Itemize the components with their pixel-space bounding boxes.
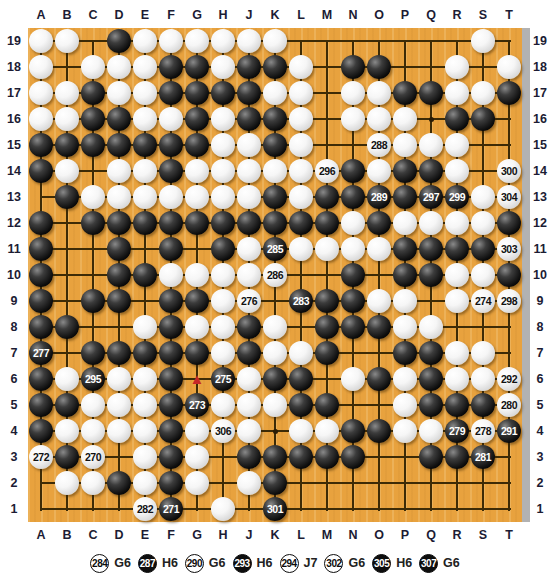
- stone-black[interactable]: 279: [445, 419, 469, 443]
- stone-black[interactable]: [419, 445, 443, 469]
- stone-white[interactable]: [445, 263, 469, 287]
- coord-label-row: 5: [1, 392, 27, 418]
- stone-white[interactable]: [393, 367, 417, 391]
- stone-white[interactable]: 272: [29, 445, 53, 469]
- stone-white[interactable]: [211, 497, 235, 521]
- stone-black[interactable]: [211, 211, 235, 235]
- stone-white[interactable]: 300: [497, 159, 521, 183]
- stone-white[interactable]: [445, 81, 469, 105]
- stone-white[interactable]: [289, 159, 313, 183]
- stone-white[interactable]: [133, 445, 157, 469]
- coord-label-row: 2: [1, 470, 27, 496]
- stone-black[interactable]: [55, 315, 79, 339]
- stone-black[interactable]: [445, 107, 469, 131]
- stone-black[interactable]: [237, 107, 261, 131]
- stone-black[interactable]: [81, 289, 105, 313]
- stone-white[interactable]: [471, 81, 495, 105]
- stone-white[interactable]: [107, 185, 131, 209]
- stone-white[interactable]: [185, 419, 209, 443]
- stone-white[interactable]: [341, 107, 365, 131]
- stone-black[interactable]: [419, 263, 443, 287]
- stone-white[interactable]: [445, 211, 469, 235]
- stone-white[interactable]: [133, 185, 157, 209]
- stone-black[interactable]: [445, 445, 469, 469]
- stone-black[interactable]: 273: [185, 393, 209, 417]
- stone-white[interactable]: [211, 393, 235, 417]
- stone-white[interactable]: [211, 289, 235, 313]
- stone-black[interactable]: [159, 315, 183, 339]
- stone-black[interactable]: [341, 315, 365, 339]
- stone-black[interactable]: [81, 211, 105, 235]
- stone-black[interactable]: 285: [263, 237, 287, 261]
- stone-white[interactable]: [29, 81, 53, 105]
- stone-black[interactable]: [263, 367, 287, 391]
- stone-white[interactable]: [133, 419, 157, 443]
- stone-black[interactable]: [29, 393, 53, 417]
- stone-white[interactable]: [237, 419, 261, 443]
- stone-black[interactable]: [367, 315, 391, 339]
- stone-black[interactable]: [29, 237, 53, 261]
- coord-label-column: R: [444, 5, 470, 25]
- stone-black[interactable]: [107, 29, 131, 53]
- stone-black[interactable]: [341, 263, 365, 287]
- stone-black[interactable]: [29, 159, 53, 183]
- stone-white[interactable]: [367, 289, 391, 313]
- stone-white[interactable]: [55, 29, 79, 53]
- stone-white[interactable]: [133, 159, 157, 183]
- stone-white[interactable]: [211, 315, 235, 339]
- stone-white[interactable]: [185, 29, 209, 53]
- stone-white[interactable]: [133, 107, 157, 131]
- stone-black[interactable]: [315, 211, 339, 235]
- stone-black[interactable]: [159, 237, 183, 261]
- stone-black[interactable]: [263, 107, 287, 131]
- stone-white[interactable]: [185, 159, 209, 183]
- stone-white[interactable]: [29, 29, 53, 53]
- stone-black[interactable]: [185, 55, 209, 79]
- stone-white[interactable]: [471, 341, 495, 365]
- stone-black[interactable]: [289, 445, 313, 469]
- stone-black[interactable]: [263, 211, 287, 235]
- stone-white[interactable]: [211, 133, 235, 157]
- coord-label-row: 8: [527, 314, 550, 340]
- stone-black[interactable]: [159, 81, 183, 105]
- stone-black[interactable]: [237, 445, 261, 469]
- stone-black[interactable]: 281: [471, 445, 495, 469]
- stone-black[interactable]: [367, 419, 391, 443]
- stone-black[interactable]: [263, 133, 287, 157]
- stone-black[interactable]: [315, 289, 339, 313]
- stone-white[interactable]: [29, 55, 53, 79]
- stone-black[interactable]: [341, 419, 365, 443]
- stone-white[interactable]: 304: [497, 185, 521, 209]
- stone-white[interactable]: [159, 107, 183, 131]
- stone-white[interactable]: [107, 419, 131, 443]
- stone-black[interactable]: [237, 81, 261, 105]
- stone-black[interactable]: [315, 445, 339, 469]
- stone-white[interactable]: [55, 159, 79, 183]
- coord-label-row: 12: [1, 210, 27, 236]
- stone-black[interactable]: [81, 107, 105, 131]
- stone-white[interactable]: 270: [81, 445, 105, 469]
- stone-black[interactable]: [393, 341, 417, 365]
- stone-black[interactable]: [289, 211, 313, 235]
- stone-black[interactable]: [237, 315, 261, 339]
- stone-white[interactable]: 288: [367, 133, 391, 157]
- triangle-marker[interactable]: ▲: [184, 366, 210, 392]
- stone-white[interactable]: [107, 81, 131, 105]
- stone-white[interactable]: [159, 263, 183, 287]
- stone-black[interactable]: [315, 315, 339, 339]
- stone-white[interactable]: [393, 393, 417, 417]
- stone-white[interactable]: 306: [211, 419, 235, 443]
- go-diagram: ABCDEFGHJKLMNOPQRST 19181716151413121110…: [0, 0, 550, 582]
- stone-white[interactable]: [81, 393, 105, 417]
- stone-white[interactable]: [81, 419, 105, 443]
- stone-white[interactable]: [471, 211, 495, 235]
- stone-white[interactable]: [263, 315, 287, 339]
- stone-white[interactable]: [367, 107, 391, 131]
- stone-white[interactable]: [159, 185, 183, 209]
- stone-white[interactable]: [81, 55, 105, 79]
- stone-black[interactable]: [341, 445, 365, 469]
- stone-black[interactable]: [133, 211, 157, 235]
- stone-black[interactable]: [419, 341, 443, 365]
- stone-black[interactable]: [29, 211, 53, 235]
- stone-black[interactable]: [497, 263, 521, 287]
- stone-black[interactable]: 289: [367, 185, 391, 209]
- stone-white[interactable]: 296: [315, 159, 339, 183]
- stone-white[interactable]: [237, 367, 261, 391]
- stone-white[interactable]: [367, 81, 391, 105]
- stone-white[interactable]: [185, 315, 209, 339]
- stone-white[interactable]: [289, 107, 313, 131]
- stone-black[interactable]: 301: [263, 497, 287, 521]
- stone-white[interactable]: 298: [497, 289, 521, 313]
- stone-white[interactable]: 292: [497, 367, 521, 391]
- coord-label-row: 18: [1, 54, 27, 80]
- stone-white[interactable]: [445, 289, 469, 313]
- stone-black[interactable]: [341, 185, 365, 209]
- stone-white[interactable]: [237, 237, 261, 261]
- stone-black[interactable]: [237, 55, 261, 79]
- stone-white[interactable]: 278: [471, 419, 495, 443]
- stone-black[interactable]: 297: [419, 185, 443, 209]
- stone-white[interactable]: [367, 237, 391, 261]
- stone-white[interactable]: [237, 471, 261, 495]
- stone-white[interactable]: [211, 159, 235, 183]
- stone-white[interactable]: [133, 393, 157, 417]
- stone-white[interactable]: [471, 367, 495, 391]
- stone-black[interactable]: [497, 81, 521, 105]
- stone-white[interactable]: [445, 159, 469, 183]
- stone-white[interactable]: [445, 367, 469, 391]
- stone-black[interactable]: [29, 419, 53, 443]
- stone-white[interactable]: [81, 471, 105, 495]
- stone-white[interactable]: [393, 419, 417, 443]
- stone-white[interactable]: [289, 81, 313, 105]
- stone-black[interactable]: [107, 107, 131, 131]
- stone-black[interactable]: [159, 419, 183, 443]
- stone-black[interactable]: [107, 471, 131, 495]
- stone-white[interactable]: [341, 211, 365, 235]
- stone-white[interactable]: [263, 159, 287, 183]
- stone-black[interactable]: [107, 289, 131, 313]
- caption-move-coord: G6: [443, 556, 460, 570]
- stone-black[interactable]: [263, 471, 287, 495]
- stone-white[interactable]: [55, 107, 79, 131]
- caption-move: 284G6: [90, 554, 131, 573]
- stone-black[interactable]: [107, 237, 131, 261]
- stone-black[interactable]: [419, 367, 443, 391]
- stone-black[interactable]: [211, 81, 235, 105]
- stone-black[interactable]: [393, 159, 417, 183]
- stone-white[interactable]: [289, 419, 313, 443]
- stone-black[interactable]: [81, 341, 105, 365]
- stone-black[interactable]: 283: [289, 289, 313, 313]
- stone-black[interactable]: 277: [29, 341, 53, 365]
- stone-white[interactable]: [55, 471, 79, 495]
- stone-white[interactable]: [471, 185, 495, 209]
- stone-white[interactable]: [133, 29, 157, 53]
- stone-white[interactable]: [393, 133, 417, 157]
- stone-move-number: 301: [267, 503, 283, 515]
- stone-black[interactable]: [419, 237, 443, 261]
- stone-white[interactable]: [263, 393, 287, 417]
- coord-label-row: 14: [527, 158, 550, 184]
- stone-black[interactable]: [185, 107, 209, 131]
- stone-black[interactable]: [185, 211, 209, 235]
- stone-black[interactable]: [133, 133, 157, 157]
- stone-black[interactable]: [185, 133, 209, 157]
- stone-black[interactable]: [107, 341, 131, 365]
- stone-black[interactable]: [237, 211, 261, 235]
- stone-white[interactable]: [341, 81, 365, 105]
- stone-black[interactable]: [185, 341, 209, 365]
- coord-label-column: A: [28, 5, 54, 25]
- stone-black[interactable]: [159, 289, 183, 313]
- stone-black[interactable]: 299: [445, 185, 469, 209]
- stone-black[interactable]: [237, 341, 261, 365]
- stone-black[interactable]: [159, 211, 183, 235]
- stone-black[interactable]: [367, 211, 391, 235]
- stone-black[interactable]: [159, 133, 183, 157]
- stone-white[interactable]: [419, 419, 443, 443]
- stone-black[interactable]: [471, 237, 495, 261]
- stone-black[interactable]: [393, 237, 417, 261]
- stone-black[interactable]: [263, 185, 287, 209]
- caption-move: 307G6: [419, 554, 460, 573]
- stone-black[interactable]: [445, 237, 469, 261]
- stone-white[interactable]: [341, 367, 365, 391]
- stone-black[interactable]: [393, 185, 417, 209]
- stone-white[interactable]: [55, 419, 79, 443]
- stone-black[interactable]: [29, 263, 53, 287]
- stone-white[interactable]: [237, 393, 261, 417]
- stone-white[interactable]: [211, 263, 235, 287]
- stone-black[interactable]: [315, 393, 339, 417]
- stone-white[interactable]: 286: [263, 263, 287, 287]
- stone-white[interactable]: [263, 341, 287, 365]
- stone-black[interactable]: [289, 393, 313, 417]
- stone-black[interactable]: [341, 289, 365, 313]
- stone-white[interactable]: [445, 55, 469, 79]
- stone-white[interactable]: [211, 185, 235, 209]
- stone-black[interactable]: [471, 107, 495, 131]
- stone-black[interactable]: [185, 289, 209, 313]
- stone-black[interactable]: [81, 81, 105, 105]
- stone-white[interactable]: [133, 315, 157, 339]
- stone-black[interactable]: [289, 367, 313, 391]
- stone-black[interactable]: [263, 445, 287, 469]
- coord-label-row: 10: [1, 262, 27, 288]
- stone-black[interactable]: 295: [81, 367, 105, 391]
- stone-black[interactable]: [133, 341, 157, 365]
- stone-white[interactable]: [159, 29, 183, 53]
- stone-black[interactable]: [159, 341, 183, 365]
- stone-move-number: 276: [241, 295, 257, 307]
- stone-black[interactable]: [211, 237, 235, 261]
- stone-black[interactable]: [419, 81, 443, 105]
- stone-black[interactable]: [263, 55, 287, 79]
- stone-black[interactable]: [55, 185, 79, 209]
- stone-white[interactable]: [185, 445, 209, 469]
- stone-black[interactable]: [419, 159, 443, 183]
- stone-black[interactable]: [81, 133, 105, 157]
- stone-black[interactable]: [159, 159, 183, 183]
- coord-label-column: G: [184, 5, 210, 25]
- stone-black[interactable]: [29, 289, 53, 313]
- stone-white[interactable]: [237, 263, 261, 287]
- coord-label-row: 14: [1, 158, 27, 184]
- stone-white[interactable]: [419, 211, 443, 235]
- stone-white[interactable]: [55, 81, 79, 105]
- stone-black[interactable]: [159, 393, 183, 417]
- stone-white[interactable]: [237, 159, 261, 183]
- stone-white[interactable]: 274: [471, 289, 495, 313]
- stone-black[interactable]: [159, 445, 183, 469]
- stone-black[interactable]: [393, 263, 417, 287]
- stone-white[interactable]: [289, 55, 313, 79]
- stone-white[interactable]: [289, 237, 313, 261]
- stone-white[interactable]: [185, 471, 209, 495]
- stone-move-number: 283: [293, 295, 309, 307]
- stone-white[interactable]: [133, 471, 157, 495]
- stone-black[interactable]: [29, 367, 53, 391]
- stone-white[interactable]: 276: [237, 289, 261, 313]
- goban[interactable]: 2882963002892972993042853032862762832742…: [28, 28, 522, 522]
- stone-white[interactable]: [107, 367, 131, 391]
- stone-black[interactable]: [185, 81, 209, 105]
- stone-white[interactable]: [393, 211, 417, 235]
- stone-white[interactable]: 282: [133, 497, 157, 521]
- coord-label-column: K: [262, 5, 288, 25]
- stone-white[interactable]: [289, 341, 313, 365]
- stone-white[interactable]: [471, 29, 495, 53]
- stone-white[interactable]: [185, 263, 209, 287]
- stone-black[interactable]: [315, 185, 339, 209]
- stone-black[interactable]: [471, 393, 495, 417]
- stone-white[interactable]: [133, 367, 157, 391]
- stone-black[interactable]: [107, 133, 131, 157]
- stone-black[interactable]: 275: [211, 367, 235, 391]
- stone-move-number: 285: [267, 243, 283, 255]
- stone-black[interactable]: [419, 393, 443, 417]
- stone-white[interactable]: [419, 315, 443, 339]
- stone-black[interactable]: [315, 341, 339, 365]
- stone-white[interactable]: [289, 133, 313, 157]
- stone-move-number: 299: [449, 191, 465, 203]
- stone-white[interactable]: [237, 185, 261, 209]
- stone-black[interactable]: 271: [159, 497, 183, 521]
- stone-black[interactable]: [393, 81, 417, 105]
- stone-black[interactable]: [133, 263, 157, 287]
- stone-white[interactable]: [211, 55, 235, 79]
- stone-white[interactable]: [445, 133, 469, 157]
- stone-white[interactable]: [393, 107, 417, 131]
- stone-black[interactable]: [55, 393, 79, 417]
- stone-white[interactable]: [237, 133, 261, 157]
- stone-white[interactable]: [55, 367, 79, 391]
- stone-black[interactable]: 291: [497, 419, 521, 443]
- stone-white[interactable]: [367, 159, 391, 183]
- stone-black[interactable]: [159, 367, 183, 391]
- stone-white[interactable]: [211, 107, 235, 131]
- coord-label-row: 13: [1, 184, 27, 210]
- stone-black[interactable]: [159, 471, 183, 495]
- stone-black[interactable]: [367, 367, 391, 391]
- stone-white[interactable]: [393, 315, 417, 339]
- stone-white[interactable]: [341, 237, 365, 261]
- stone-white[interactable]: [289, 185, 313, 209]
- stone-white[interactable]: [107, 55, 131, 79]
- stone-black[interactable]: [29, 133, 53, 157]
- stone-black[interactable]: [107, 263, 131, 287]
- stone-black[interactable]: [159, 55, 183, 79]
- stone-white[interactable]: [419, 133, 443, 157]
- stone-black[interactable]: [55, 133, 79, 157]
- stone-white[interactable]: [445, 341, 469, 365]
- stone-white[interactable]: [315, 237, 339, 261]
- stone-white[interactable]: 303: [497, 237, 521, 261]
- stone-black[interactable]: [341, 55, 365, 79]
- stone-white[interactable]: [133, 81, 157, 105]
- stone-black[interactable]: [367, 55, 391, 79]
- stone-white[interactable]: [263, 81, 287, 105]
- stone-white[interactable]: [107, 159, 131, 183]
- stone-black[interactable]: [107, 211, 131, 235]
- stone-white[interactable]: [471, 263, 495, 287]
- stone-white[interactable]: [81, 185, 105, 209]
- stone-white[interactable]: [315, 419, 339, 443]
- stone-white[interactable]: [133, 55, 157, 79]
- stone-white[interactable]: [393, 289, 417, 313]
- stone-black[interactable]: [55, 445, 79, 469]
- stone-white[interactable]: [263, 29, 287, 53]
- stone-black[interactable]: [497, 211, 521, 235]
- stone-white[interactable]: [211, 29, 235, 53]
- stone-black[interactable]: [341, 159, 365, 183]
- stone-white[interactable]: [497, 55, 521, 79]
- stone-black[interactable]: [445, 393, 469, 417]
- stone-white[interactable]: [211, 341, 235, 365]
- stone-black[interactable]: [29, 315, 53, 339]
- stone-white[interactable]: [107, 393, 131, 417]
- stone-white[interactable]: 280: [497, 393, 521, 417]
- stone-white[interactable]: [29, 107, 53, 131]
- stone-white[interactable]: [237, 29, 261, 53]
- stone-white[interactable]: [185, 185, 209, 209]
